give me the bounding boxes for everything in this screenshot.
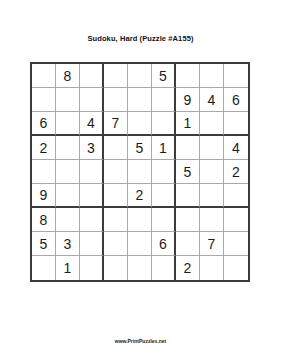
cell-r9c1[interactable] <box>32 256 56 280</box>
cell-r2c4[interactable] <box>104 88 128 112</box>
cell-r3c4: 7 <box>104 112 128 136</box>
cell-r7c3[interactable] <box>80 208 104 232</box>
cell-r7c9[interactable] <box>224 208 248 232</box>
cell-r8c4[interactable] <box>104 232 128 256</box>
cell-r4c3: 3 <box>80 136 104 160</box>
cell-r6c9[interactable] <box>224 184 248 208</box>
cell-r5c5[interactable] <box>128 160 152 184</box>
cell-r3c8[interactable] <box>200 112 224 136</box>
cell-r2c9: 6 <box>224 88 248 112</box>
cell-r9c9[interactable] <box>224 256 248 280</box>
footer-site-text: www.PrintPuzzles.net <box>0 338 281 344</box>
cell-r7c8[interactable] <box>200 208 224 232</box>
cell-r6c7[interactable] <box>176 184 200 208</box>
cell-r2c2[interactable] <box>56 88 80 112</box>
cell-r9c7: 2 <box>176 256 200 280</box>
cell-r3c2[interactable] <box>56 112 80 136</box>
cell-r4c5: 5 <box>128 136 152 160</box>
cell-r3c7: 1 <box>176 112 200 136</box>
cell-r1c2: 8 <box>56 64 80 88</box>
cell-r6c1: 9 <box>32 184 56 208</box>
cell-r6c8[interactable] <box>200 184 224 208</box>
cell-r2c5[interactable] <box>128 88 152 112</box>
cell-r7c7[interactable] <box>176 208 200 232</box>
cell-r1c3[interactable] <box>80 64 104 88</box>
cell-r1c9[interactable] <box>224 64 248 88</box>
cell-r9c8[interactable] <box>200 256 224 280</box>
cell-r9c4[interactable] <box>104 256 128 280</box>
cell-r1c1[interactable] <box>32 64 56 88</box>
cell-r1c6: 5 <box>152 64 176 88</box>
cell-r8c1: 5 <box>32 232 56 256</box>
cell-r9c3[interactable] <box>80 256 104 280</box>
puzzle-title: Sudoku, Hard (Puzzle #A155) <box>0 34 281 43</box>
cell-r4c4[interactable] <box>104 136 128 160</box>
cell-r4c9: 4 <box>224 136 248 160</box>
cell-r3c9[interactable] <box>224 112 248 136</box>
cell-r1c5[interactable] <box>128 64 152 88</box>
cell-r3c6[interactable] <box>152 112 176 136</box>
cell-r5c9: 2 <box>224 160 248 184</box>
cell-r8c2: 3 <box>56 232 80 256</box>
cell-r6c5: 2 <box>128 184 152 208</box>
cell-r3c3: 4 <box>80 112 104 136</box>
cell-r4c1: 2 <box>32 136 56 160</box>
cell-r1c8[interactable] <box>200 64 224 88</box>
sudoku-grid: 8594664712351452928536712 <box>30 62 250 282</box>
cell-r6c3[interactable] <box>80 184 104 208</box>
cell-r8c6: 6 <box>152 232 176 256</box>
cell-r2c8: 4 <box>200 88 224 112</box>
cell-r7c5[interactable] <box>128 208 152 232</box>
cell-r8c5[interactable] <box>128 232 152 256</box>
cell-r4c6: 1 <box>152 136 176 160</box>
cell-r9c6[interactable] <box>152 256 176 280</box>
cell-r5c3[interactable] <box>80 160 104 184</box>
cell-r2c1[interactable] <box>32 88 56 112</box>
cell-r9c5[interactable] <box>128 256 152 280</box>
cell-r6c4[interactable] <box>104 184 128 208</box>
sudoku-page: Sudoku, Hard (Puzzle #A155) 859466471235… <box>0 0 281 363</box>
cell-r7c6[interactable] <box>152 208 176 232</box>
cell-r6c6[interactable] <box>152 184 176 208</box>
cell-r1c7[interactable] <box>176 64 200 88</box>
cell-r5c6[interactable] <box>152 160 176 184</box>
cell-r7c4[interactable] <box>104 208 128 232</box>
cell-r8c3[interactable] <box>80 232 104 256</box>
cell-r8c9[interactable] <box>224 232 248 256</box>
cell-r5c1[interactable] <box>32 160 56 184</box>
cell-r5c4[interactable] <box>104 160 128 184</box>
cell-r4c7[interactable] <box>176 136 200 160</box>
cell-r4c8[interactable] <box>200 136 224 160</box>
cell-r7c1: 8 <box>32 208 56 232</box>
cell-r7c2[interactable] <box>56 208 80 232</box>
cell-r2c3[interactable] <box>80 88 104 112</box>
cell-r5c8[interactable] <box>200 160 224 184</box>
cell-r8c8: 7 <box>200 232 224 256</box>
cell-r2c6[interactable] <box>152 88 176 112</box>
cell-r5c2[interactable] <box>56 160 80 184</box>
cell-r8c7[interactable] <box>176 232 200 256</box>
cell-r3c5[interactable] <box>128 112 152 136</box>
cell-r6c2[interactable] <box>56 184 80 208</box>
cell-r5c7: 5 <box>176 160 200 184</box>
cell-r4c2[interactable] <box>56 136 80 160</box>
cell-r9c2: 1 <box>56 256 80 280</box>
cell-r1c4[interactable] <box>104 64 128 88</box>
cell-r2c7: 9 <box>176 88 200 112</box>
cell-r3c1: 6 <box>32 112 56 136</box>
